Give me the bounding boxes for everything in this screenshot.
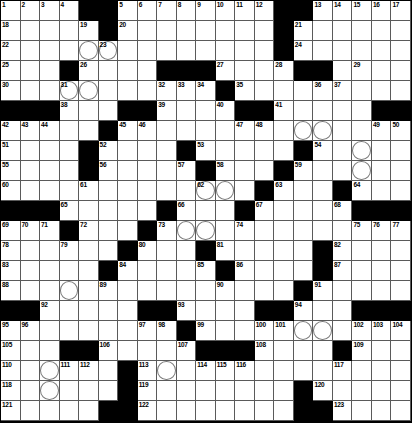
white-cell[interactable] bbox=[235, 141, 255, 161]
white-cell[interactable] bbox=[333, 141, 353, 161]
white-cell[interactable] bbox=[157, 281, 177, 301]
white-cell[interactable] bbox=[138, 281, 158, 301]
white-cell[interactable] bbox=[352, 41, 372, 61]
white-cell[interactable]: 117 bbox=[333, 361, 353, 381]
white-cell[interactable] bbox=[21, 141, 41, 161]
white-cell[interactable]: 109 bbox=[352, 341, 372, 361]
white-cell[interactable] bbox=[255, 141, 275, 161]
white-cell[interactable]: 70 bbox=[21, 221, 41, 241]
white-cell[interactable]: 57 bbox=[177, 161, 197, 181]
white-cell[interactable] bbox=[196, 401, 216, 421]
white-cell[interactable] bbox=[274, 401, 294, 421]
white-cell[interactable] bbox=[196, 121, 216, 141]
white-cell[interactable] bbox=[352, 81, 372, 101]
white-cell[interactable] bbox=[391, 261, 411, 281]
white-cell[interactable]: 45 bbox=[118, 121, 138, 141]
white-cell[interactable] bbox=[138, 181, 158, 201]
white-cell[interactable]: 51 bbox=[1, 141, 21, 161]
white-cell[interactable] bbox=[274, 201, 294, 221]
white-cell[interactable] bbox=[235, 161, 255, 181]
white-cell[interactable] bbox=[235, 41, 255, 61]
white-cell[interactable]: 84 bbox=[118, 261, 138, 281]
white-cell[interactable] bbox=[372, 281, 392, 301]
white-cell[interactable]: 94 bbox=[294, 301, 314, 321]
white-cell[interactable]: 82 bbox=[333, 241, 353, 261]
white-cell[interactable] bbox=[177, 281, 197, 301]
white-cell[interactable]: 98 bbox=[157, 321, 177, 341]
white-cell[interactable] bbox=[118, 141, 138, 161]
white-cell[interactable]: 105 bbox=[1, 341, 21, 361]
white-cell[interactable]: 28 bbox=[274, 61, 294, 81]
white-cell[interactable] bbox=[333, 41, 353, 61]
white-cell[interactable]: 27 bbox=[216, 61, 236, 81]
white-cell[interactable] bbox=[118, 181, 138, 201]
white-cell[interactable] bbox=[99, 361, 119, 381]
white-cell[interactable]: 52 bbox=[99, 141, 119, 161]
white-cell[interactable]: 116 bbox=[235, 361, 255, 381]
white-cell[interactable] bbox=[372, 161, 392, 181]
white-cell[interactable]: 89 bbox=[99, 281, 119, 301]
white-cell[interactable] bbox=[294, 121, 314, 141]
white-cell[interactable] bbox=[79, 401, 99, 421]
white-cell[interactable] bbox=[313, 41, 333, 61]
white-cell[interactable]: 68 bbox=[333, 201, 353, 221]
white-cell[interactable] bbox=[40, 401, 60, 421]
white-cell[interactable]: 35 bbox=[235, 81, 255, 101]
white-cell[interactable]: 18 bbox=[1, 21, 21, 41]
white-cell[interactable]: 115 bbox=[216, 361, 236, 381]
white-cell[interactable]: 59 bbox=[294, 161, 314, 181]
white-cell[interactable] bbox=[40, 381, 60, 401]
white-cell[interactable] bbox=[196, 41, 216, 61]
white-cell[interactable] bbox=[157, 21, 177, 41]
white-cell[interactable] bbox=[235, 61, 255, 81]
white-cell[interactable] bbox=[21, 401, 41, 421]
white-cell[interactable] bbox=[40, 41, 60, 61]
white-cell[interactable]: 86 bbox=[235, 261, 255, 281]
white-cell[interactable] bbox=[99, 61, 119, 81]
white-cell[interactable] bbox=[21, 341, 41, 361]
white-cell[interactable] bbox=[391, 381, 411, 401]
white-cell[interactable]: 13 bbox=[313, 1, 333, 21]
white-cell[interactable] bbox=[235, 181, 255, 201]
white-cell[interactable] bbox=[255, 381, 275, 401]
white-cell[interactable] bbox=[40, 321, 60, 341]
white-cell[interactable] bbox=[216, 41, 236, 61]
white-cell[interactable]: 71 bbox=[40, 221, 60, 241]
white-cell[interactable] bbox=[216, 21, 236, 41]
white-cell[interactable] bbox=[138, 41, 158, 61]
white-cell[interactable]: 17 bbox=[391, 1, 411, 21]
white-cell[interactable] bbox=[21, 61, 41, 81]
white-cell[interactable] bbox=[60, 141, 80, 161]
white-cell[interactable]: 122 bbox=[138, 401, 158, 421]
white-cell[interactable]: 78 bbox=[1, 241, 21, 261]
white-cell[interactable]: 111 bbox=[60, 361, 80, 381]
white-cell[interactable] bbox=[79, 41, 99, 61]
white-cell[interactable] bbox=[313, 21, 333, 41]
white-cell[interactable]: 43 bbox=[21, 121, 41, 141]
white-cell[interactable] bbox=[79, 301, 99, 321]
white-cell[interactable] bbox=[391, 21, 411, 41]
white-cell[interactable] bbox=[352, 101, 372, 121]
white-cell[interactable] bbox=[177, 401, 197, 421]
white-cell[interactable] bbox=[352, 401, 372, 421]
white-cell[interactable] bbox=[157, 381, 177, 401]
white-cell[interactable] bbox=[313, 101, 333, 121]
white-cell[interactable] bbox=[60, 181, 80, 201]
white-cell[interactable] bbox=[157, 341, 177, 361]
white-cell[interactable] bbox=[118, 341, 138, 361]
white-cell[interactable] bbox=[216, 381, 236, 401]
white-cell[interactable] bbox=[60, 281, 80, 301]
white-cell[interactable]: 83 bbox=[1, 261, 21, 281]
white-cell[interactable] bbox=[40, 81, 60, 101]
white-cell[interactable] bbox=[118, 41, 138, 61]
white-cell[interactable] bbox=[235, 381, 255, 401]
white-cell[interactable] bbox=[99, 301, 119, 321]
white-cell[interactable] bbox=[79, 321, 99, 341]
white-cell[interactable] bbox=[391, 61, 411, 81]
white-cell[interactable]: 101 bbox=[274, 321, 294, 341]
white-cell[interactable] bbox=[313, 201, 333, 221]
white-cell[interactable] bbox=[235, 281, 255, 301]
white-cell[interactable]: 85 bbox=[196, 261, 216, 281]
white-cell[interactable] bbox=[177, 241, 197, 261]
white-cell[interactable] bbox=[294, 361, 314, 381]
white-cell[interactable] bbox=[60, 161, 80, 181]
white-cell[interactable] bbox=[138, 21, 158, 41]
white-cell[interactable] bbox=[313, 181, 333, 201]
white-cell[interactable] bbox=[21, 81, 41, 101]
white-cell[interactable] bbox=[118, 81, 138, 101]
white-cell[interactable]: 20 bbox=[118, 21, 138, 41]
white-cell[interactable] bbox=[118, 201, 138, 221]
white-cell[interactable] bbox=[294, 261, 314, 281]
white-cell[interactable]: 81 bbox=[216, 241, 236, 261]
white-cell[interactable] bbox=[138, 201, 158, 221]
white-cell[interactable]: 21 bbox=[294, 21, 314, 41]
white-cell[interactable]: 34 bbox=[196, 81, 216, 101]
white-cell[interactable] bbox=[118, 301, 138, 321]
white-cell[interactable] bbox=[157, 241, 177, 261]
white-cell[interactable] bbox=[40, 281, 60, 301]
white-cell[interactable]: 5 bbox=[118, 1, 138, 21]
white-cell[interactable] bbox=[391, 241, 411, 261]
white-cell[interactable]: 107 bbox=[177, 341, 197, 361]
white-cell[interactable] bbox=[196, 221, 216, 241]
white-cell[interactable] bbox=[274, 381, 294, 401]
white-cell[interactable]: 58 bbox=[216, 161, 236, 181]
white-cell[interactable] bbox=[60, 401, 80, 421]
white-cell[interactable] bbox=[294, 221, 314, 241]
white-cell[interactable] bbox=[99, 101, 119, 121]
white-cell[interactable] bbox=[138, 81, 158, 101]
white-cell[interactable]: 22 bbox=[1, 41, 21, 61]
white-cell[interactable] bbox=[79, 81, 99, 101]
white-cell[interactable] bbox=[99, 81, 119, 101]
white-cell[interactable] bbox=[118, 321, 138, 341]
white-cell[interactable] bbox=[372, 81, 392, 101]
white-cell[interactable] bbox=[372, 261, 392, 281]
white-cell[interactable]: 19 bbox=[79, 21, 99, 41]
white-cell[interactable] bbox=[118, 61, 138, 81]
white-cell[interactable] bbox=[177, 21, 197, 41]
white-cell[interactable]: 12 bbox=[255, 1, 275, 21]
white-cell[interactable] bbox=[177, 381, 197, 401]
white-cell[interactable]: 97 bbox=[138, 321, 158, 341]
white-cell[interactable] bbox=[372, 181, 392, 201]
white-cell[interactable] bbox=[157, 181, 177, 201]
white-cell[interactable] bbox=[40, 261, 60, 281]
white-cell[interactable] bbox=[294, 241, 314, 261]
white-cell[interactable]: 102 bbox=[352, 321, 372, 341]
white-cell[interactable]: 61 bbox=[79, 181, 99, 201]
white-cell[interactable] bbox=[372, 241, 392, 261]
white-cell[interactable]: 104 bbox=[391, 321, 411, 341]
white-cell[interactable]: 46 bbox=[138, 121, 158, 141]
white-cell[interactable]: 63 bbox=[274, 181, 294, 201]
white-cell[interactable]: 103 bbox=[372, 321, 392, 341]
white-cell[interactable] bbox=[391, 181, 411, 201]
white-cell[interactable]: 77 bbox=[391, 221, 411, 241]
white-cell[interactable] bbox=[352, 361, 372, 381]
white-cell[interactable] bbox=[40, 141, 60, 161]
white-cell[interactable] bbox=[196, 21, 216, 41]
white-cell[interactable]: 41 bbox=[274, 101, 294, 121]
white-cell[interactable]: 29 bbox=[352, 61, 372, 81]
white-cell[interactable] bbox=[216, 321, 236, 341]
white-cell[interactable] bbox=[255, 221, 275, 241]
white-cell[interactable]: 88 bbox=[1, 281, 21, 301]
white-cell[interactable] bbox=[60, 381, 80, 401]
white-cell[interactable] bbox=[333, 61, 353, 81]
white-cell[interactable] bbox=[352, 381, 372, 401]
white-cell[interactable]: 100 bbox=[255, 321, 275, 341]
white-cell[interactable]: 7 bbox=[157, 1, 177, 21]
white-cell[interactable] bbox=[391, 161, 411, 181]
white-cell[interactable]: 118 bbox=[1, 381, 21, 401]
white-cell[interactable] bbox=[157, 121, 177, 141]
white-cell[interactable] bbox=[333, 381, 353, 401]
white-cell[interactable] bbox=[138, 61, 158, 81]
white-cell[interactable] bbox=[216, 401, 236, 421]
white-cell[interactable] bbox=[274, 281, 294, 301]
white-cell[interactable]: 55 bbox=[1, 161, 21, 181]
white-cell[interactable] bbox=[255, 401, 275, 421]
white-cell[interactable] bbox=[372, 401, 392, 421]
white-cell[interactable] bbox=[40, 161, 60, 181]
white-cell[interactable] bbox=[196, 381, 216, 401]
white-cell[interactable] bbox=[60, 21, 80, 41]
white-cell[interactable]: 42 bbox=[1, 121, 21, 141]
white-cell[interactable] bbox=[274, 121, 294, 141]
white-cell[interactable] bbox=[21, 281, 41, 301]
white-cell[interactable] bbox=[177, 261, 197, 281]
white-cell[interactable]: 25 bbox=[1, 61, 21, 81]
white-cell[interactable]: 30 bbox=[1, 81, 21, 101]
white-cell[interactable] bbox=[118, 161, 138, 181]
white-cell[interactable] bbox=[255, 241, 275, 261]
white-cell[interactable]: 74 bbox=[235, 221, 255, 241]
white-cell[interactable] bbox=[352, 21, 372, 41]
white-cell[interactable] bbox=[138, 261, 158, 281]
white-cell[interactable] bbox=[21, 381, 41, 401]
white-cell[interactable] bbox=[333, 301, 353, 321]
white-cell[interactable] bbox=[294, 181, 314, 201]
white-cell[interactable]: 49 bbox=[372, 121, 392, 141]
white-cell[interactable] bbox=[391, 361, 411, 381]
white-cell[interactable] bbox=[40, 181, 60, 201]
white-cell[interactable] bbox=[352, 241, 372, 261]
white-cell[interactable]: 40 bbox=[216, 101, 236, 121]
white-cell[interactable]: 32 bbox=[157, 81, 177, 101]
white-cell[interactable]: 50 bbox=[391, 121, 411, 141]
white-cell[interactable] bbox=[313, 361, 333, 381]
white-cell[interactable] bbox=[138, 141, 158, 161]
white-cell[interactable] bbox=[99, 181, 119, 201]
white-cell[interactable] bbox=[21, 241, 41, 261]
white-cell[interactable] bbox=[333, 21, 353, 41]
white-cell[interactable]: 24 bbox=[294, 41, 314, 61]
white-cell[interactable] bbox=[196, 101, 216, 121]
white-cell[interactable]: 93 bbox=[177, 301, 197, 321]
white-cell[interactable] bbox=[372, 341, 392, 361]
white-cell[interactable] bbox=[196, 201, 216, 221]
white-cell[interactable] bbox=[274, 241, 294, 261]
white-cell[interactable]: 2 bbox=[21, 1, 41, 21]
white-cell[interactable] bbox=[216, 301, 236, 321]
white-cell[interactable] bbox=[157, 141, 177, 161]
white-cell[interactable]: 112 bbox=[79, 361, 99, 381]
white-cell[interactable] bbox=[99, 241, 119, 261]
white-cell[interactable] bbox=[21, 41, 41, 61]
white-cell[interactable] bbox=[177, 221, 197, 241]
white-cell[interactable] bbox=[40, 21, 60, 41]
white-cell[interactable]: 6 bbox=[138, 1, 158, 21]
white-cell[interactable] bbox=[255, 41, 275, 61]
white-cell[interactable]: 15 bbox=[352, 1, 372, 21]
white-cell[interactable] bbox=[313, 321, 333, 341]
white-cell[interactable] bbox=[79, 381, 99, 401]
white-cell[interactable] bbox=[40, 361, 60, 381]
white-cell[interactable] bbox=[79, 261, 99, 281]
white-cell[interactable] bbox=[216, 201, 236, 221]
white-cell[interactable]: 72 bbox=[79, 221, 99, 241]
white-cell[interactable] bbox=[274, 141, 294, 161]
white-cell[interactable]: 80 bbox=[138, 241, 158, 261]
white-cell[interactable]: 87 bbox=[333, 261, 353, 281]
white-cell[interactable] bbox=[216, 121, 236, 141]
white-cell[interactable] bbox=[60, 321, 80, 341]
white-cell[interactable] bbox=[391, 41, 411, 61]
white-cell[interactable]: 110 bbox=[1, 361, 21, 381]
white-cell[interactable]: 99 bbox=[196, 321, 216, 341]
white-cell[interactable] bbox=[372, 61, 392, 81]
white-cell[interactable] bbox=[352, 141, 372, 161]
white-cell[interactable] bbox=[313, 161, 333, 181]
white-cell[interactable]: 91 bbox=[313, 281, 333, 301]
white-cell[interactable] bbox=[177, 121, 197, 141]
white-cell[interactable]: 90 bbox=[216, 281, 236, 301]
white-cell[interactable] bbox=[372, 361, 392, 381]
white-cell[interactable] bbox=[333, 281, 353, 301]
white-cell[interactable] bbox=[177, 101, 197, 121]
white-cell[interactable]: 73 bbox=[157, 221, 177, 241]
white-cell[interactable] bbox=[313, 121, 333, 141]
white-cell[interactable] bbox=[274, 261, 294, 281]
white-cell[interactable]: 1 bbox=[1, 1, 21, 21]
white-cell[interactable] bbox=[255, 361, 275, 381]
white-cell[interactable] bbox=[216, 141, 236, 161]
white-cell[interactable] bbox=[138, 341, 158, 361]
white-cell[interactable] bbox=[177, 361, 197, 381]
white-cell[interactable] bbox=[60, 301, 80, 321]
white-cell[interactable]: 11 bbox=[235, 1, 255, 21]
white-cell[interactable] bbox=[274, 81, 294, 101]
white-cell[interactable] bbox=[235, 21, 255, 41]
white-cell[interactable] bbox=[21, 261, 41, 281]
white-cell[interactable] bbox=[79, 281, 99, 301]
white-cell[interactable] bbox=[157, 361, 177, 381]
white-cell[interactable] bbox=[118, 281, 138, 301]
white-cell[interactable] bbox=[255, 81, 275, 101]
white-cell[interactable]: 23 bbox=[99, 41, 119, 61]
white-cell[interactable] bbox=[255, 161, 275, 181]
white-cell[interactable] bbox=[391, 341, 411, 361]
white-cell[interactable] bbox=[333, 221, 353, 241]
white-cell[interactable] bbox=[352, 161, 372, 181]
white-cell[interactable]: 75 bbox=[352, 221, 372, 241]
white-cell[interactable]: 44 bbox=[40, 121, 60, 141]
white-cell[interactable]: 64 bbox=[352, 181, 372, 201]
white-cell[interactable] bbox=[255, 281, 275, 301]
white-cell[interactable] bbox=[196, 301, 216, 321]
white-cell[interactable]: 69 bbox=[1, 221, 21, 241]
white-cell[interactable]: 39 bbox=[157, 101, 177, 121]
white-cell[interactable] bbox=[274, 361, 294, 381]
white-cell[interactable]: 65 bbox=[60, 201, 80, 221]
white-cell[interactable]: 48 bbox=[255, 121, 275, 141]
white-cell[interactable] bbox=[99, 201, 119, 221]
white-cell[interactable] bbox=[294, 201, 314, 221]
white-cell[interactable] bbox=[40, 61, 60, 81]
white-cell[interactable] bbox=[157, 41, 177, 61]
white-cell[interactable] bbox=[255, 61, 275, 81]
white-cell[interactable]: 33 bbox=[177, 81, 197, 101]
white-cell[interactable]: 60 bbox=[1, 181, 21, 201]
white-cell[interactable]: 3 bbox=[40, 1, 60, 21]
white-cell[interactable] bbox=[79, 101, 99, 121]
white-cell[interactable] bbox=[216, 221, 236, 241]
white-cell[interactable]: 106 bbox=[99, 341, 119, 361]
white-cell[interactable] bbox=[60, 121, 80, 141]
white-cell[interactable]: 16 bbox=[372, 1, 392, 21]
white-cell[interactable] bbox=[21, 21, 41, 41]
white-cell[interactable] bbox=[196, 281, 216, 301]
white-cell[interactable] bbox=[391, 281, 411, 301]
white-cell[interactable] bbox=[40, 341, 60, 361]
white-cell[interactable]: 37 bbox=[333, 81, 353, 101]
white-cell[interactable] bbox=[274, 221, 294, 241]
white-cell[interactable]: 123 bbox=[333, 401, 353, 421]
white-cell[interactable] bbox=[79, 121, 99, 141]
white-cell[interactable]: 53 bbox=[196, 141, 216, 161]
white-cell[interactable] bbox=[138, 161, 158, 181]
white-cell[interactable]: 67 bbox=[255, 201, 275, 221]
white-cell[interactable]: 114 bbox=[196, 361, 216, 381]
white-cell[interactable]: 14 bbox=[333, 1, 353, 21]
